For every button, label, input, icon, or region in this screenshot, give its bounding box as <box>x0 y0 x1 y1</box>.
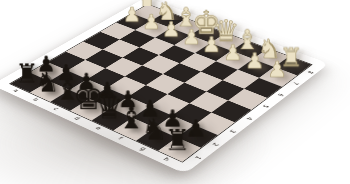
rank-label-8: 8 <box>295 65 325 79</box>
square-e6 <box>179 53 216 72</box>
black-rook-icon: ♜ <box>158 125 196 154</box>
square-e5 <box>163 63 200 82</box>
white-pawn-icon: ♟ <box>259 59 293 81</box>
chess-set-product-photo: ♜♞♝♚♛♝♞♜♟♟♟♟♟♟♟♟♟♟♟♟♟♟♟♟♜♞♝♚♛♝♞♜ abcdefg… <box>0 0 350 184</box>
